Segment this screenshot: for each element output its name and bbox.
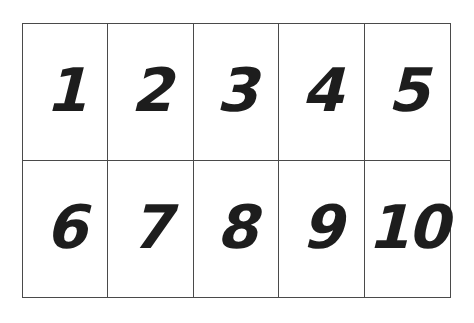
number-card-1: 1 [23,24,108,161]
number-card-9: 9 [279,161,364,298]
card-number: 10 [368,197,448,257]
number-card-grid: 1 2 3 4 5 6 7 8 9 10 [22,23,451,298]
number-card-8: 8 [194,161,279,298]
card-number: 9 [302,197,342,257]
number-card-2: 2 [108,24,193,161]
number-card-3: 3 [194,24,279,161]
number-card-10: 10 [365,161,450,298]
card-number: 1 [45,60,85,120]
number-card-4: 4 [279,24,364,161]
number-card-7: 7 [108,161,193,298]
card-number: 8 [216,197,256,257]
card-number: 5 [387,60,427,120]
card-number: 3 [216,60,256,120]
card-number: 6 [45,197,85,257]
card-number: 4 [302,60,342,120]
card-number: 2 [131,60,171,120]
number-card-6: 6 [23,161,108,298]
number-card-5: 5 [365,24,450,161]
card-number: 7 [131,197,171,257]
